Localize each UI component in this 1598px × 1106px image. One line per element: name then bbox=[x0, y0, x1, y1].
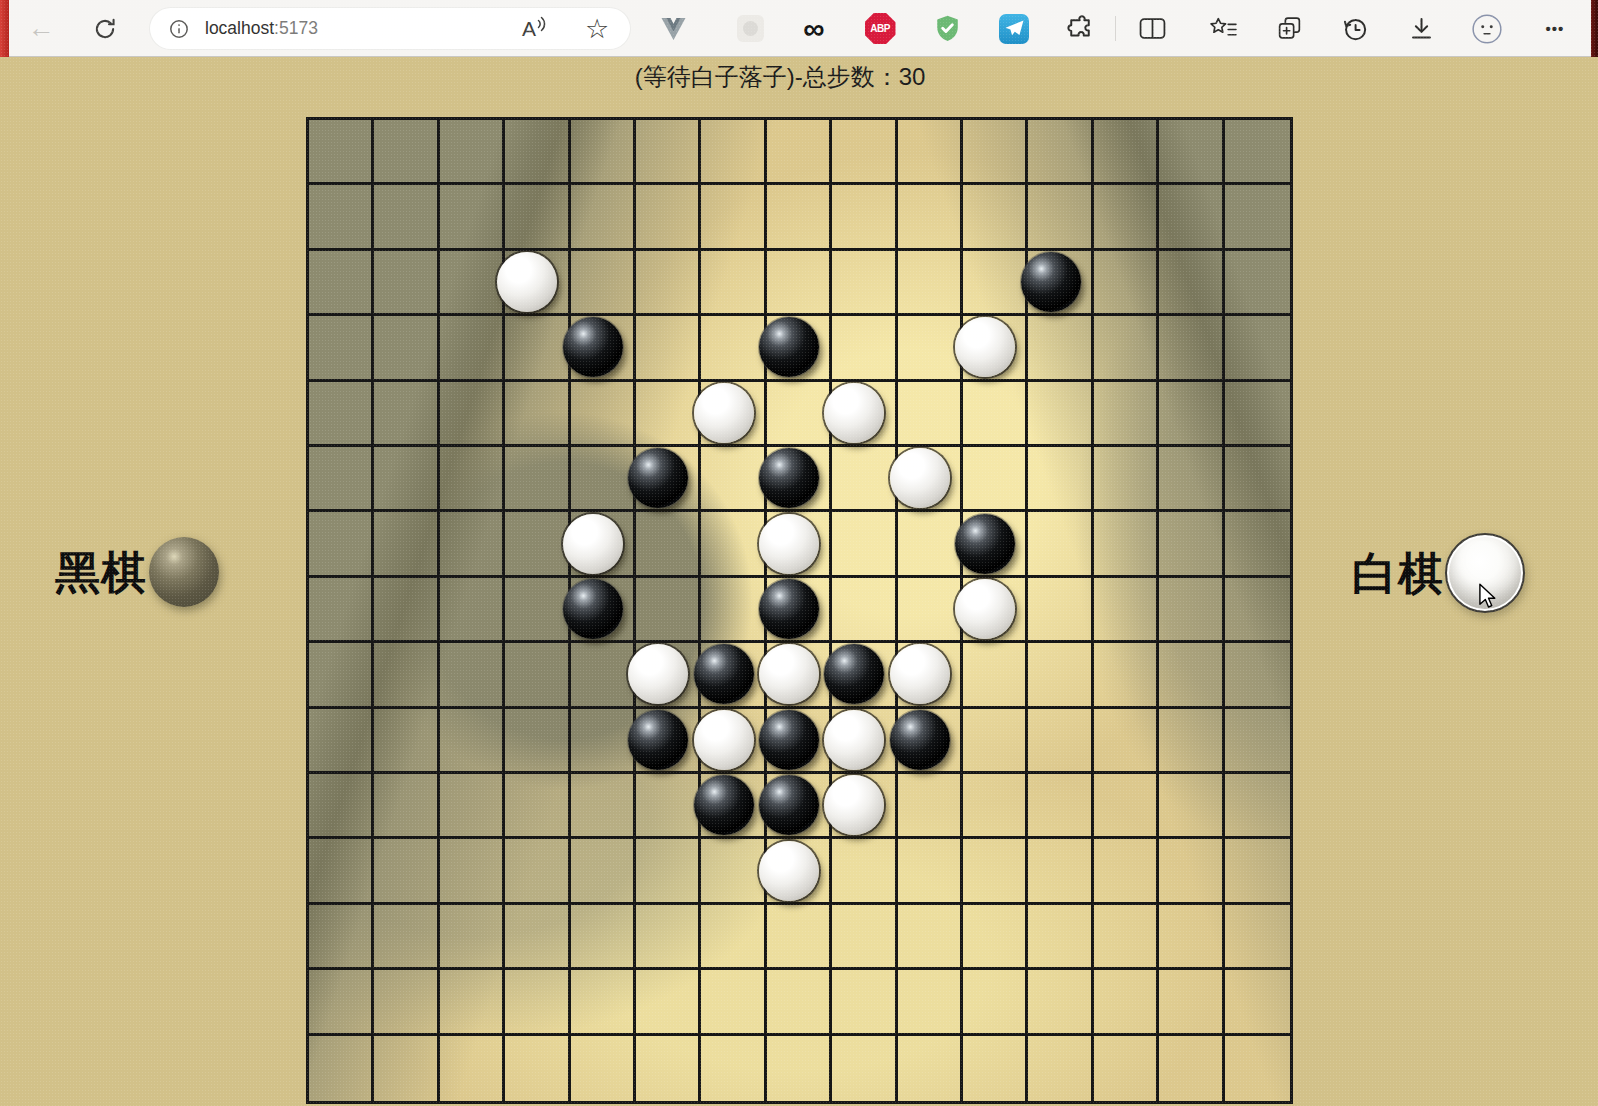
address-bar[interactable]: localhost:5173 bbox=[150, 8, 630, 49]
board-cell[interactable] bbox=[636, 970, 701, 1035]
board-cell[interactable] bbox=[701, 185, 766, 250]
board-cell[interactable] bbox=[1225, 447, 1290, 512]
white-player-label: 白棋 bbox=[1352, 551, 1444, 596]
collections-icon[interactable] bbox=[1272, 0, 1306, 57]
board-cell[interactable] bbox=[374, 970, 439, 1035]
board-cell[interactable] bbox=[832, 578, 897, 643]
board-cell[interactable] bbox=[1225, 970, 1290, 1035]
black-stone bbox=[628, 448, 688, 508]
white-stone bbox=[955, 317, 1015, 377]
board-cell[interactable] bbox=[374, 1036, 439, 1101]
board-cell[interactable] bbox=[1094, 316, 1159, 381]
board-cell[interactable] bbox=[440, 578, 505, 643]
board-cell[interactable] bbox=[1159, 251, 1224, 316]
board-cell[interactable] bbox=[898, 970, 963, 1035]
white-stone bbox=[890, 644, 950, 704]
board-cell[interactable] bbox=[571, 447, 636, 512]
board-cell[interactable] bbox=[505, 185, 570, 250]
board-cell[interactable] bbox=[1225, 578, 1290, 643]
board-cell[interactable] bbox=[309, 578, 374, 643]
board-cell[interactable] bbox=[1225, 316, 1290, 381]
board-cell[interactable] bbox=[963, 447, 1028, 512]
board-cell[interactable] bbox=[1028, 1036, 1093, 1101]
board-cell[interactable] bbox=[1225, 709, 1290, 774]
board-cell[interactable] bbox=[440, 970, 505, 1035]
board-cell[interactable] bbox=[1159, 185, 1224, 250]
mouse-cursor bbox=[1476, 583, 1498, 609]
board-cell[interactable] bbox=[963, 578, 1028, 643]
board-cell[interactable] bbox=[963, 316, 1028, 381]
board-cell[interactable] bbox=[767, 251, 832, 316]
board-cell[interactable] bbox=[309, 120, 374, 185]
board-cell[interactable] bbox=[1225, 512, 1290, 577]
board-cell[interactable] bbox=[1225, 185, 1290, 250]
board-cell[interactable] bbox=[309, 185, 374, 250]
board-cell[interactable] bbox=[309, 709, 374, 774]
board-cell[interactable] bbox=[374, 512, 439, 577]
board-cell[interactable] bbox=[440, 251, 505, 316]
url-host: localhost bbox=[205, 18, 274, 39]
white-stone bbox=[759, 841, 819, 901]
read-aloud-icon[interactable]: A bbox=[518, 0, 552, 57]
board-cell[interactable] bbox=[505, 382, 570, 447]
board-cell[interactable] bbox=[701, 120, 766, 185]
white-stone bbox=[694, 383, 754, 443]
abp-label: ABP bbox=[870, 23, 890, 34]
board-cell[interactable] bbox=[505, 839, 570, 904]
board-cell[interactable] bbox=[505, 905, 570, 970]
board-cell[interactable] bbox=[767, 1036, 832, 1101]
board-cell[interactable] bbox=[505, 709, 570, 774]
board-cell[interactable] bbox=[1225, 1036, 1290, 1101]
board-cell[interactable] bbox=[832, 447, 897, 512]
board-cell[interactable] bbox=[1159, 382, 1224, 447]
board-cell[interactable] bbox=[309, 905, 374, 970]
board-cell[interactable] bbox=[832, 120, 897, 185]
board-cell[interactable] bbox=[636, 120, 701, 185]
board-cell[interactable] bbox=[832, 643, 897, 708]
board-cell[interactable] bbox=[963, 643, 1028, 708]
board-cell[interactable] bbox=[1094, 185, 1159, 250]
board-cell[interactable] bbox=[636, 905, 701, 970]
board-cell[interactable] bbox=[963, 382, 1028, 447]
board-cell[interactable] bbox=[571, 1036, 636, 1101]
favorite-star-icon[interactable]: ☆ bbox=[580, 0, 614, 57]
board-cell[interactable] bbox=[898, 382, 963, 447]
downloads-icon[interactable] bbox=[1404, 0, 1438, 57]
board-cell[interactable] bbox=[1028, 839, 1093, 904]
board-cell[interactable] bbox=[505, 1036, 570, 1101]
board-cell[interactable] bbox=[309, 512, 374, 577]
board-cell[interactable] bbox=[963, 185, 1028, 250]
board-cell[interactable] bbox=[1028, 316, 1093, 381]
board-cell[interactable] bbox=[1094, 709, 1159, 774]
board-cell[interactable] bbox=[1225, 774, 1290, 839]
board-cell[interactable] bbox=[1225, 643, 1290, 708]
vue-devtools-extension-icon[interactable] bbox=[656, 0, 690, 57]
board-cell[interactable] bbox=[898, 643, 963, 708]
board-cell[interactable] bbox=[571, 839, 636, 904]
board-cell[interactable] bbox=[1159, 120, 1224, 185]
board-cell[interactable] bbox=[1094, 643, 1159, 708]
board-cell[interactable] bbox=[636, 447, 701, 512]
board-cell[interactable] bbox=[701, 382, 766, 447]
window-edge-left bbox=[0, 0, 9, 57]
board-cell[interactable] bbox=[701, 905, 766, 970]
board-cell[interactable] bbox=[898, 709, 963, 774]
board-cell[interactable] bbox=[963, 512, 1028, 577]
board-cell[interactable] bbox=[636, 185, 701, 250]
board-cell[interactable] bbox=[1159, 709, 1224, 774]
board-cell[interactable] bbox=[1028, 185, 1093, 250]
board-cell[interactable] bbox=[898, 185, 963, 250]
board-cell[interactable] bbox=[505, 512, 570, 577]
board-cell[interactable] bbox=[1159, 970, 1224, 1035]
board-cell[interactable] bbox=[309, 643, 374, 708]
white-stone bbox=[824, 383, 884, 443]
board-cell[interactable] bbox=[309, 251, 374, 316]
black-stone bbox=[955, 514, 1015, 574]
board-cell[interactable] bbox=[636, 382, 701, 447]
board-cell[interactable] bbox=[440, 643, 505, 708]
board-cell[interactable] bbox=[309, 774, 374, 839]
white-stone bbox=[497, 252, 557, 312]
board-cell[interactable] bbox=[767, 382, 832, 447]
board-cell[interactable] bbox=[440, 447, 505, 512]
board-cell[interactable] bbox=[832, 970, 897, 1035]
board-cell[interactable] bbox=[898, 905, 963, 970]
board-cell[interactable] bbox=[898, 316, 963, 381]
board-cell[interactable] bbox=[440, 316, 505, 381]
board-cell[interactable] bbox=[374, 185, 439, 250]
board-cell[interactable] bbox=[1159, 1036, 1224, 1101]
board-cell[interactable] bbox=[505, 643, 570, 708]
board-cell[interactable] bbox=[309, 839, 374, 904]
board-cell[interactable] bbox=[1225, 382, 1290, 447]
board-cell[interactable] bbox=[767, 120, 832, 185]
board-cell[interactable] bbox=[374, 905, 439, 970]
white-stone bbox=[628, 644, 688, 704]
board-cell[interactable] bbox=[1028, 447, 1093, 512]
board-cell[interactable] bbox=[636, 316, 701, 381]
board-cell[interactable] bbox=[571, 774, 636, 839]
black-stone bbox=[824, 644, 884, 704]
black-stone bbox=[759, 710, 819, 770]
site-info-icon[interactable] bbox=[169, 19, 189, 39]
board-cell[interactable] bbox=[1028, 120, 1093, 185]
refresh-icon[interactable] bbox=[88, 0, 122, 57]
board-cell[interactable] bbox=[1094, 1036, 1159, 1101]
black-stone bbox=[1021, 252, 1081, 312]
black-stone bbox=[694, 775, 754, 835]
black-stone bbox=[563, 317, 623, 377]
board-cell[interactable] bbox=[963, 774, 1028, 839]
board-cell[interactable] bbox=[636, 774, 701, 839]
board-cell[interactable] bbox=[505, 120, 570, 185]
window-edge-right bbox=[1591, 0, 1598, 57]
url-port: :5173 bbox=[274, 18, 318, 39]
board-cell[interactable] bbox=[636, 709, 701, 774]
extensions-puzzle-icon[interactable] bbox=[1063, 0, 1097, 57]
board-cell[interactable] bbox=[701, 709, 766, 774]
board-cell[interactable] bbox=[767, 839, 832, 904]
black-stone bbox=[759, 775, 819, 835]
board-cell[interactable] bbox=[505, 251, 570, 316]
black-stone bbox=[759, 448, 819, 508]
board bbox=[306, 117, 1293, 1104]
board-cell[interactable] bbox=[701, 578, 766, 643]
white-stone bbox=[563, 514, 623, 574]
black-player-area: 黑棋 bbox=[55, 537, 219, 607]
disabled-extension-icon[interactable] bbox=[733, 0, 767, 57]
board-cell[interactable] bbox=[440, 382, 505, 447]
board-cell[interactable] bbox=[374, 447, 439, 512]
board-cell[interactable] bbox=[505, 578, 570, 643]
board-cell[interactable] bbox=[701, 774, 766, 839]
board-cell[interactable] bbox=[832, 316, 897, 381]
board-cell[interactable] bbox=[1028, 251, 1093, 316]
board-cell[interactable] bbox=[767, 709, 832, 774]
board-cell[interactable] bbox=[440, 774, 505, 839]
board-cell[interactable] bbox=[1028, 774, 1093, 839]
board-cell[interactable] bbox=[898, 1036, 963, 1101]
browser-toolbar: ← localhost:5173 A ☆ ∞ ABP bbox=[0, 0, 1598, 57]
board-cell[interactable] bbox=[832, 382, 897, 447]
board-cell[interactable] bbox=[636, 251, 701, 316]
board-cell[interactable] bbox=[832, 251, 897, 316]
board-cell[interactable] bbox=[571, 709, 636, 774]
board-cell[interactable] bbox=[1094, 447, 1159, 512]
board-cell[interactable] bbox=[898, 120, 963, 185]
board-cell[interactable] bbox=[1028, 970, 1093, 1035]
board-cell[interactable] bbox=[701, 251, 766, 316]
board-cell[interactable] bbox=[374, 382, 439, 447]
board-cell[interactable] bbox=[374, 774, 439, 839]
board-cell[interactable] bbox=[767, 905, 832, 970]
board-cell[interactable] bbox=[963, 120, 1028, 185]
board-cell[interactable] bbox=[898, 251, 963, 316]
board-cell[interactable] bbox=[440, 1036, 505, 1101]
white-stone bbox=[694, 710, 754, 770]
board-cell[interactable] bbox=[701, 512, 766, 577]
board-cell[interactable] bbox=[571, 578, 636, 643]
board-cell[interactable] bbox=[963, 709, 1028, 774]
game-status-text: (等待白子落子)-总步数：30 bbox=[0, 61, 1560, 93]
board-cell[interactable] bbox=[505, 970, 570, 1035]
board-cell[interactable] bbox=[767, 512, 832, 577]
board-cell[interactable] bbox=[898, 447, 963, 512]
board-cell[interactable] bbox=[701, 447, 766, 512]
board-cell[interactable] bbox=[767, 774, 832, 839]
board-cell[interactable] bbox=[1094, 774, 1159, 839]
board-cell[interactable] bbox=[374, 709, 439, 774]
board-cell[interactable] bbox=[1028, 905, 1093, 970]
white-stone bbox=[824, 775, 884, 835]
board-cell[interactable] bbox=[571, 251, 636, 316]
toolbar-separator bbox=[1115, 16, 1116, 41]
board-cell[interactable] bbox=[1159, 447, 1224, 512]
board-cell[interactable] bbox=[374, 251, 439, 316]
board-cell[interactable] bbox=[505, 447, 570, 512]
back-button[interactable]: ← bbox=[24, 0, 58, 57]
white-stone bbox=[955, 579, 1015, 639]
board-cell[interactable] bbox=[963, 251, 1028, 316]
board-cell[interactable] bbox=[1159, 578, 1224, 643]
board-cell[interactable] bbox=[440, 839, 505, 904]
settings-menu-icon[interactable]: ••• bbox=[1538, 0, 1572, 57]
board-cell[interactable] bbox=[1225, 120, 1290, 185]
board-cell[interactable] bbox=[1094, 120, 1159, 185]
board-cell[interactable] bbox=[1028, 643, 1093, 708]
board-cell[interactable] bbox=[898, 839, 963, 904]
black-stone bbox=[890, 710, 950, 770]
board-cell[interactable] bbox=[1094, 839, 1159, 904]
board-cell[interactable] bbox=[1028, 709, 1093, 774]
board-cell[interactable] bbox=[832, 185, 897, 250]
split-screen-icon[interactable] bbox=[1135, 0, 1169, 57]
board-cell[interactable] bbox=[440, 185, 505, 250]
board-cell[interactable] bbox=[1159, 316, 1224, 381]
board-cell[interactable] bbox=[1094, 970, 1159, 1035]
board-cell[interactable] bbox=[374, 120, 439, 185]
board-cell[interactable] bbox=[1225, 905, 1290, 970]
board-cell[interactable] bbox=[963, 970, 1028, 1035]
board-cell[interactable] bbox=[571, 185, 636, 250]
board-cell[interactable] bbox=[898, 578, 963, 643]
board-cell[interactable] bbox=[767, 447, 832, 512]
board-cell[interactable] bbox=[440, 709, 505, 774]
board-cell[interactable] bbox=[309, 1036, 374, 1101]
board-cell[interactable] bbox=[963, 1036, 1028, 1101]
profile-avatar-icon[interactable] bbox=[1470, 0, 1504, 57]
board-cell[interactable] bbox=[898, 774, 963, 839]
board-cell[interactable] bbox=[701, 970, 766, 1035]
board-cell[interactable] bbox=[571, 382, 636, 447]
board-cell[interactable] bbox=[309, 382, 374, 447]
board-cell[interactable] bbox=[309, 447, 374, 512]
board-cell[interactable] bbox=[1225, 251, 1290, 316]
board-cell[interactable] bbox=[1225, 839, 1290, 904]
board-cell[interactable] bbox=[1094, 382, 1159, 447]
black-sample-stone bbox=[149, 537, 219, 607]
board-cell[interactable] bbox=[898, 512, 963, 577]
adguard-shield-icon[interactable] bbox=[930, 0, 964, 57]
white-stone bbox=[759, 644, 819, 704]
board-cell[interactable] bbox=[636, 1036, 701, 1101]
white-stone bbox=[824, 710, 884, 770]
board-cell[interactable] bbox=[832, 512, 897, 577]
read-aloud-letter: A bbox=[522, 17, 536, 41]
board-cell[interactable] bbox=[571, 905, 636, 970]
board-cell[interactable] bbox=[309, 316, 374, 381]
board-cell[interactable] bbox=[767, 316, 832, 381]
board-cell[interactable] bbox=[1159, 512, 1224, 577]
board-cell[interactable] bbox=[571, 643, 636, 708]
board-cell[interactable] bbox=[636, 643, 701, 708]
board-cell[interactable] bbox=[571, 512, 636, 577]
favorites-bar-icon[interactable] bbox=[1206, 0, 1240, 57]
board-cell[interactable] bbox=[1094, 578, 1159, 643]
board-cell[interactable] bbox=[571, 970, 636, 1035]
board-cell[interactable] bbox=[440, 120, 505, 185]
board-cell[interactable] bbox=[832, 709, 897, 774]
board-cell[interactable] bbox=[374, 839, 439, 904]
board-cell[interactable] bbox=[1159, 905, 1224, 970]
black-stone bbox=[759, 317, 819, 377]
adblock-plus-extension-icon[interactable]: ABP bbox=[863, 0, 897, 57]
board-cell[interactable] bbox=[1028, 512, 1093, 577]
board-cell[interactable] bbox=[571, 316, 636, 381]
board-cell[interactable] bbox=[701, 1036, 766, 1101]
board-cell[interactable] bbox=[1028, 382, 1093, 447]
board-cell[interactable] bbox=[1094, 905, 1159, 970]
board-cell[interactable] bbox=[309, 970, 374, 1035]
board-cell[interactable] bbox=[1094, 251, 1159, 316]
board-cell[interactable] bbox=[374, 643, 439, 708]
board-cell[interactable] bbox=[636, 512, 701, 577]
black-stone bbox=[759, 579, 819, 639]
board-cell[interactable] bbox=[767, 578, 832, 643]
board-cell[interactable] bbox=[440, 512, 505, 577]
board-cell[interactable] bbox=[636, 578, 701, 643]
board-cell[interactable] bbox=[832, 905, 897, 970]
board-cell[interactable] bbox=[571, 120, 636, 185]
board-cell[interactable] bbox=[505, 774, 570, 839]
white-player-area: 白棋 bbox=[1352, 533, 1525, 613]
board-cell[interactable] bbox=[374, 578, 439, 643]
board-cell[interactable] bbox=[701, 316, 766, 381]
white-stone bbox=[890, 448, 950, 508]
board-cell[interactable] bbox=[1159, 643, 1224, 708]
board-cell[interactable] bbox=[832, 774, 897, 839]
black-stone bbox=[628, 710, 688, 770]
board-cell[interactable] bbox=[832, 839, 897, 904]
board-cell[interactable] bbox=[440, 905, 505, 970]
board-cell[interactable] bbox=[1159, 839, 1224, 904]
white-stone bbox=[759, 514, 819, 574]
board-cell[interactable] bbox=[767, 643, 832, 708]
board-cell[interactable] bbox=[1094, 512, 1159, 577]
history-icon[interactable] bbox=[1338, 0, 1372, 57]
black-player-label: 黑棋 bbox=[55, 550, 147, 595]
board-cell[interactable] bbox=[832, 1036, 897, 1101]
board-cell[interactable] bbox=[1159, 774, 1224, 839]
board-cell[interactable] bbox=[374, 316, 439, 381]
board-cell[interactable] bbox=[701, 839, 766, 904]
board-cell[interactable] bbox=[963, 839, 1028, 904]
board-cell[interactable] bbox=[636, 839, 701, 904]
board-cell[interactable] bbox=[1028, 578, 1093, 643]
board-cell[interactable] bbox=[767, 185, 832, 250]
board-cell[interactable] bbox=[505, 316, 570, 381]
black-stone bbox=[563, 579, 623, 639]
board-cell[interactable] bbox=[701, 643, 766, 708]
telegram-extension-icon[interactable] bbox=[997, 0, 1031, 57]
black-stone bbox=[694, 644, 754, 704]
infinity-extension-icon[interactable]: ∞ bbox=[797, 0, 831, 57]
board-cell[interactable] bbox=[963, 905, 1028, 970]
board-cell[interactable] bbox=[767, 970, 832, 1035]
